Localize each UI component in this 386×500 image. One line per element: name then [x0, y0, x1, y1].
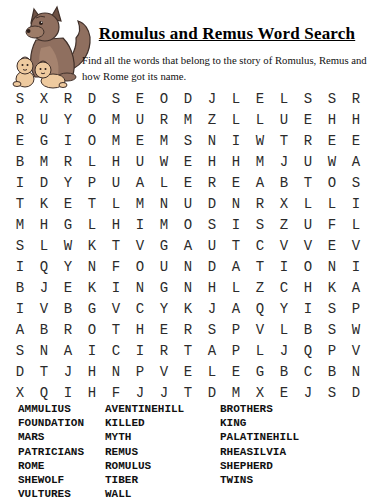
grid-cell-r12c4[interactable]: O: [80, 319, 104, 340]
instructions-text: Find all the words that belong to the st…: [82, 53, 370, 84]
grid-cell-r13c11[interactable]: L: [248, 340, 272, 361]
grid-cell-r8c11[interactable]: C: [248, 235, 272, 256]
grid-cell-r14c9[interactable]: L: [200, 361, 224, 382]
grid-cell-r14c2[interactable]: T: [32, 361, 56, 382]
grid-cell-r1c9[interactable]: J: [200, 88, 224, 109]
grid-cell-r15c4[interactable]: H: [80, 382, 104, 403]
grid-cell-r7c15[interactable]: L: [344, 214, 368, 235]
grid-cell-r10c3[interactable]: E: [56, 277, 80, 298]
grid-cell-r12c6[interactable]: H: [128, 319, 152, 340]
grid-cell-r9c7[interactable]: U: [152, 256, 176, 277]
grid-cell-r6c9[interactable]: D: [200, 193, 224, 214]
grid-cell-r2c6[interactable]: U: [128, 109, 152, 130]
grid-cell-r10c12[interactable]: C: [272, 277, 296, 298]
grid-cell-r1c10[interactable]: L: [224, 88, 248, 109]
grid-cell-r9c14[interactable]: N: [320, 256, 344, 277]
grid-cell-r3c15[interactable]: E: [344, 130, 368, 151]
word-foundation: FOUNDATION: [18, 416, 84, 430]
grid-cell-r1c7[interactable]: O: [152, 88, 176, 109]
grid-cell-r13c5[interactable]: C: [104, 340, 128, 361]
grid-cell-r5c13[interactable]: T: [296, 172, 320, 193]
grid-cell-r1c4[interactable]: D: [80, 88, 104, 109]
grid-cell-r12c9[interactable]: S: [200, 319, 224, 340]
grid-cell-r3c1[interactable]: E: [8, 130, 32, 151]
grid-cell-r10c15[interactable]: A: [344, 277, 368, 298]
grid-cell-r3c7[interactable]: M: [152, 130, 176, 151]
grid-cell-r3c11[interactable]: W: [248, 130, 272, 151]
grid-cell-r2c5[interactable]: M: [104, 109, 128, 130]
grid-cell-r15c5[interactable]: F: [104, 382, 128, 403]
grid-cell-r14c10[interactable]: E: [224, 361, 248, 382]
grid-cell-r5c4[interactable]: P: [80, 172, 104, 193]
grid-cell-r6c10[interactable]: N: [224, 193, 248, 214]
grid-cell-r1c1[interactable]: S: [8, 88, 32, 109]
grid-cell-r1c8[interactable]: D: [176, 88, 200, 109]
grid-cell-r11c10[interactable]: A: [224, 298, 248, 319]
grid-cell-r4c5[interactable]: H: [104, 151, 128, 172]
grid-cell-r10c9[interactable]: H: [200, 277, 224, 298]
grid-cell-r12c12[interactable]: L: [272, 319, 296, 340]
grid-cell-r5c5[interactable]: U: [104, 172, 128, 193]
grid-cell-r13c14[interactable]: P: [320, 340, 344, 361]
grid-cell-r11c15[interactable]: P: [344, 298, 368, 319]
grid-cell-r9c9[interactable]: D: [200, 256, 224, 277]
grid-cell-r7c7[interactable]: M: [152, 214, 176, 235]
grid-cell-r12c5[interactable]: T: [104, 319, 128, 340]
grid-cell-r11c13[interactable]: I: [296, 298, 320, 319]
word-vultures: VULTURES: [18, 487, 84, 500]
grid-cell-r12c2[interactable]: B: [32, 319, 56, 340]
grid-cell-r9c6[interactable]: O: [128, 256, 152, 277]
grid-cell-r12c13[interactable]: B: [296, 319, 320, 340]
grid-cell-r13c12[interactable]: J: [272, 340, 296, 361]
word-rome: ROME: [18, 459, 84, 473]
grid-cell-r7c13[interactable]: U: [296, 214, 320, 235]
grid-cell-r9c15[interactable]: I: [344, 256, 368, 277]
word-aventinehill: AVENTINEHILL: [105, 402, 184, 416]
grid-cell-r11c6[interactable]: C: [128, 298, 152, 319]
grid-cell-r7c9[interactable]: S: [200, 214, 224, 235]
grid-cell-r13c2[interactable]: N: [32, 340, 56, 361]
grid-cell-r4c7[interactable]: W: [152, 151, 176, 172]
grid-cell-r9c2[interactable]: Q: [32, 256, 56, 277]
word-tiber: TIBER: [105, 473, 184, 487]
grid-cell-r3c14[interactable]: E: [320, 130, 344, 151]
grid-cell-r10c7[interactable]: G: [152, 277, 176, 298]
grid-cell-r7c6[interactable]: I: [128, 214, 152, 235]
grid-cell-r14c12[interactable]: B: [272, 361, 296, 382]
word-list-column-2: AVENTINEHILLKILLEDMYTHREMUSROMULUSTIBERW…: [105, 402, 184, 500]
grid-cell-r4c1[interactable]: B: [8, 151, 32, 172]
grid-cell-r15c6[interactable]: J: [128, 382, 152, 403]
grid-cell-r5c10[interactable]: E: [224, 172, 248, 193]
grid-cell-r6c5[interactable]: L: [104, 193, 128, 214]
grid-cell-r3c8[interactable]: S: [176, 130, 200, 151]
grid-cell-r10c2[interactable]: J: [32, 277, 56, 298]
grid-cell-r14c15[interactable]: N: [344, 361, 368, 382]
word-list-column-1: AMMULIUSFOUNDATIONMARSPATRICIANSROMESHEW…: [18, 402, 84, 500]
grid-cell-r11c4[interactable]: G: [80, 298, 104, 319]
grid-cell-r5c3[interactable]: Y: [56, 172, 80, 193]
grid-cell-r13c3[interactable]: A: [56, 340, 80, 361]
grid-cell-r6c3[interactable]: E: [56, 193, 80, 214]
grid-cell-r6c2[interactable]: K: [32, 193, 56, 214]
grid-cell-r6c1[interactable]: T: [8, 193, 32, 214]
word-patricians: PATRICIANS: [18, 445, 84, 459]
grid-cell-r1c12[interactable]: L: [272, 88, 296, 109]
grid-cell-r8c4[interactable]: K: [80, 235, 104, 256]
grid-cell-r2c15[interactable]: H: [344, 109, 368, 130]
grid-cell-r5c14[interactable]: O: [320, 172, 344, 193]
grid-cell-r11c1[interactable]: I: [8, 298, 32, 319]
grid-cell-r1c11[interactable]: E: [248, 88, 272, 109]
grid-cell-r15c10[interactable]: M: [224, 382, 248, 403]
word-rheasilvia: RHEASILVIA: [220, 445, 299, 459]
grid-cell-r15c9[interactable]: D: [200, 382, 224, 403]
worksheet-page: Romulus and Remus Word Search Find all t…: [0, 0, 386, 500]
grid-cell-r13c9[interactable]: A: [200, 340, 224, 361]
grid-cell-r3c5[interactable]: M: [104, 130, 128, 151]
grid-cell-r7c11[interactable]: S: [248, 214, 272, 235]
grid-cell-r2c13[interactable]: E: [296, 109, 320, 130]
grid-cell-r6c11[interactable]: R: [248, 193, 272, 214]
grid-cell-r2c4[interactable]: O: [80, 109, 104, 130]
grid-cell-r8c3[interactable]: W: [56, 235, 80, 256]
word-brothers: BROTHERS: [220, 402, 299, 416]
word-list: AMMULIUSFOUNDATIONMARSPATRICIANSROMESHEW…: [0, 402, 386, 500]
grid-cell-r5c9[interactable]: R: [200, 172, 224, 193]
grid-cell-r4c12[interactable]: J: [272, 151, 296, 172]
grid-cell-r13c4[interactable]: I: [80, 340, 104, 361]
grid-cell-r7c12[interactable]: Z: [272, 214, 296, 235]
grid-cell-r6c15[interactable]: I: [344, 193, 368, 214]
grid-cell-r15c11[interactable]: X: [248, 382, 272, 403]
grid-cell-r9c10[interactable]: A: [224, 256, 248, 277]
grid-cell-r10c4[interactable]: K: [80, 277, 104, 298]
grid-cell-r9c11[interactable]: T: [248, 256, 272, 277]
grid-cell-r3c12[interactable]: T: [272, 130, 296, 151]
grid-cell-r5c7[interactable]: L: [152, 172, 176, 193]
grid-cell-r6c13[interactable]: L: [296, 193, 320, 214]
grid-cell-r7c10[interactable]: I: [224, 214, 248, 235]
grid-cell-r2c14[interactable]: H: [320, 109, 344, 130]
grid-cell-r5c6[interactable]: A: [128, 172, 152, 193]
grid-cell-r6c8[interactable]: U: [176, 193, 200, 214]
grid-cell-r9c4[interactable]: N: [80, 256, 104, 277]
word-palatinehill: PALATINEHILL: [220, 430, 299, 444]
grid-cell-r11c5[interactable]: V: [104, 298, 128, 319]
grid-cell-r2c8[interactable]: M: [176, 109, 200, 130]
grid-cell-r7c14[interactable]: F: [320, 214, 344, 235]
grid-cell-r11c7[interactable]: Y: [152, 298, 176, 319]
grid-cell-r9c12[interactable]: I: [272, 256, 296, 277]
grid-cell-r4c11[interactable]: M: [248, 151, 272, 172]
grid-cell-r5c15[interactable]: S: [344, 172, 368, 193]
grid-cell-r2c1[interactable]: R: [8, 109, 32, 130]
grid-cell-r7c3[interactable]: G: [56, 214, 80, 235]
word-ammulius: AMMULIUS: [18, 402, 84, 416]
grid-cell-r2c10[interactable]: L: [224, 109, 248, 130]
grid-cell-r14c4[interactable]: H: [80, 361, 104, 382]
grid-cell-r14c3[interactable]: J: [56, 361, 80, 382]
grid-cell-r9c1[interactable]: I: [8, 256, 32, 277]
grid-cell-r5c11[interactable]: A: [248, 172, 272, 193]
grid-cell-r13c13[interactable]: Q: [296, 340, 320, 361]
word-list-column-3: BROTHERSKINGPALATINEHILLRHEASILVIASHEPHE…: [220, 402, 299, 487]
word-wall: WALL: [105, 487, 184, 500]
grid-cell-r6c12[interactable]: X: [272, 193, 296, 214]
word-shepherd: SHEPHERD: [220, 459, 299, 473]
grid-cell-r3c6[interactable]: E: [128, 130, 152, 151]
grid-cell-r14c5[interactable]: N: [104, 361, 128, 382]
grid-cell-r2c7[interactable]: R: [152, 109, 176, 130]
grid-cell-r9c13[interactable]: O: [296, 256, 320, 277]
grid-cell-r14c13[interactable]: C: [296, 361, 320, 382]
grid-cell-r14c8[interactable]: E: [176, 361, 200, 382]
grid-cell-r2c3[interactable]: Y: [56, 109, 80, 130]
grid-cell-r5c1[interactable]: I: [8, 172, 32, 193]
grid-cell-r9c5[interactable]: F: [104, 256, 128, 277]
grid-cell-r8c15[interactable]: V: [344, 235, 368, 256]
grid-cell-r14c6[interactable]: P: [128, 361, 152, 382]
grid-cell-r7c5[interactable]: H: [104, 214, 128, 235]
grid-cell-r12c15[interactable]: W: [344, 319, 368, 340]
word-myth: MYTH: [105, 430, 184, 444]
grid-cell-r13c7[interactable]: R: [152, 340, 176, 361]
grid-cell-r4c13[interactable]: U: [296, 151, 320, 172]
grid-cell-r15c8[interactable]: T: [176, 382, 200, 403]
grid-cell-r14c7[interactable]: V: [152, 361, 176, 382]
grid-cell-r8c14[interactable]: E: [320, 235, 344, 256]
grid-cell-r4c6[interactable]: U: [128, 151, 152, 172]
grid-cell-r4c4[interactable]: L: [80, 151, 104, 172]
grid-cell-r8c6[interactable]: V: [128, 235, 152, 256]
grid-cell-r4c15[interactable]: A: [344, 151, 368, 172]
grid-cell-r8c10[interactable]: T: [224, 235, 248, 256]
grid-cell-r7c4[interactable]: L: [80, 214, 104, 235]
word-remus: REMUS: [105, 445, 184, 459]
grid-cell-r10c6[interactable]: N: [128, 277, 152, 298]
grid-cell-r13c10[interactable]: P: [224, 340, 248, 361]
grid-cell-r3c2[interactable]: G: [32, 130, 56, 151]
grid-cell-r8c5[interactable]: T: [104, 235, 128, 256]
grid-cell-r3c9[interactable]: N: [200, 130, 224, 151]
grid-cell-r5c2[interactable]: D: [32, 172, 56, 193]
grid-cell-r10c10[interactable]: L: [224, 277, 248, 298]
grid-cell-r8c1[interactable]: S: [8, 235, 32, 256]
grid-cell-r12c8[interactable]: R: [176, 319, 200, 340]
grid-cell-r11c2[interactable]: V: [32, 298, 56, 319]
word-mars: MARS: [18, 430, 84, 444]
grid-cell-r13c8[interactable]: T: [176, 340, 200, 361]
grid-cell-r1c15[interactable]: R: [344, 88, 368, 109]
word-king: KING: [220, 416, 299, 430]
grid-cell-r10c5[interactable]: I: [104, 277, 128, 298]
grid-cell-r15c7[interactable]: J: [152, 382, 176, 403]
grid-cell-r11c8[interactable]: K: [176, 298, 200, 319]
grid-cell-r3c13[interactable]: R: [296, 130, 320, 151]
grid-cell-r8c13[interactable]: V: [296, 235, 320, 256]
grid-cell-r15c2[interactable]: Q: [32, 382, 56, 403]
grid-cell-r2c12[interactable]: U: [272, 109, 296, 130]
grid-cell-r7c1[interactable]: M: [8, 214, 32, 235]
grid-cell-r15c12[interactable]: E: [272, 382, 296, 403]
grid-cell-r4c9[interactable]: H: [200, 151, 224, 172]
word-twins: TWINS: [220, 473, 299, 487]
grid-cell-r6c4[interactable]: T: [80, 193, 104, 214]
grid-cell-r3c3[interactable]: I: [56, 130, 80, 151]
grid-cell-r15c3[interactable]: I: [56, 382, 80, 403]
grid-cell-r6c6[interactable]: M: [128, 193, 152, 214]
grid-cell-r3c10[interactable]: I: [224, 130, 248, 151]
grid-cell-r10c11[interactable]: Z: [248, 277, 272, 298]
grid-cell-r5c8[interactable]: E: [176, 172, 200, 193]
grid-cell-r10c14[interactable]: K: [320, 277, 344, 298]
grid-cell-r15c14[interactable]: S: [320, 382, 344, 403]
word-search-grid: SXRDSEODJLELSSRRUYOMURMZLLUEHHEGIOMEMSNI…: [8, 88, 368, 403]
grid-cell-r10c1[interactable]: B: [8, 277, 32, 298]
grid-cell-r4c8[interactable]: E: [176, 151, 200, 172]
grid-cell-r4c3[interactable]: R: [56, 151, 80, 172]
grid-cell-r1c2[interactable]: X: [32, 88, 56, 109]
grid-cell-r10c13[interactable]: H: [296, 277, 320, 298]
grid-cell-r2c11[interactable]: L: [248, 109, 272, 130]
grid-cell-r8c12[interactable]: V: [272, 235, 296, 256]
grid-cell-r8c7[interactable]: G: [152, 235, 176, 256]
grid-cell-r7c2[interactable]: H: [32, 214, 56, 235]
grid-cell-r1c13[interactable]: S: [296, 88, 320, 109]
grid-cell-r1c3[interactable]: R: [56, 88, 80, 109]
grid-cell-r10c8[interactable]: N: [176, 277, 200, 298]
grid-cell-r13c1[interactable]: S: [8, 340, 32, 361]
grid-cell-r6c7[interactable]: N: [152, 193, 176, 214]
grid-cell-r13c15[interactable]: V: [344, 340, 368, 361]
grid-cell-r15c13[interactable]: J: [296, 382, 320, 403]
grid-cell-r12c1[interactable]: A: [8, 319, 32, 340]
grid-cell-r14c1[interactable]: D: [8, 361, 32, 382]
grid-cell-r8c9[interactable]: U: [200, 235, 224, 256]
grid-cell-r1c14[interactable]: S: [320, 88, 344, 109]
grid-cell-r12c11[interactable]: V: [248, 319, 272, 340]
grid-cell-r7c8[interactable]: O: [176, 214, 200, 235]
grid-cell-r4c2[interactable]: M: [32, 151, 56, 172]
grid-cell-r4c14[interactable]: W: [320, 151, 344, 172]
word-killed: KILLED: [105, 416, 184, 430]
grid-cell-r1c6[interactable]: E: [128, 88, 152, 109]
word-romulus: ROMULUS: [105, 459, 184, 473]
grid-cell-r11c12[interactable]: Y: [272, 298, 296, 319]
grid-cell-r11c3[interactable]: B: [56, 298, 80, 319]
grid-cell-r13c6[interactable]: I: [128, 340, 152, 361]
page-title: Romulus and Remus Word Search: [88, 24, 366, 44]
grid-cell-r9c3[interactable]: Y: [56, 256, 80, 277]
grid-cell-r8c8[interactable]: A: [176, 235, 200, 256]
grid-cell-r11c9[interactable]: J: [200, 298, 224, 319]
grid-cell-r14c11[interactable]: G: [248, 361, 272, 382]
grid-cell-r3c4[interactable]: O: [80, 130, 104, 151]
grid-cell-r11c14[interactable]: S: [320, 298, 344, 319]
grid-cell-r15c15[interactable]: D: [344, 382, 368, 403]
word-shewolf: SHEWOLF: [18, 473, 84, 487]
grid-cell-r6c14[interactable]: L: [320, 193, 344, 214]
grid-cell-r4c10[interactable]: H: [224, 151, 248, 172]
grid-cell-r12c10[interactable]: P: [224, 319, 248, 340]
grid-cell-r12c7[interactable]: E: [152, 319, 176, 340]
grid-cell-r12c3[interactable]: R: [56, 319, 80, 340]
grid-cell-r12c14[interactable]: S: [320, 319, 344, 340]
grid-cell-r5c12[interactable]: B: [272, 172, 296, 193]
grid-cell-r8c2[interactable]: L: [32, 235, 56, 256]
grid-cell-r14c14[interactable]: B: [320, 361, 344, 382]
grid-cell-r1c5[interactable]: S: [104, 88, 128, 109]
grid-cell-r2c9[interactable]: Z: [200, 109, 224, 130]
grid-cell-r9c8[interactable]: N: [176, 256, 200, 277]
grid-cell-r11c11[interactable]: Q: [248, 298, 272, 319]
grid-cell-r15c1[interactable]: X: [8, 382, 32, 403]
grid-cell-r2c2[interactable]: U: [32, 109, 56, 130]
